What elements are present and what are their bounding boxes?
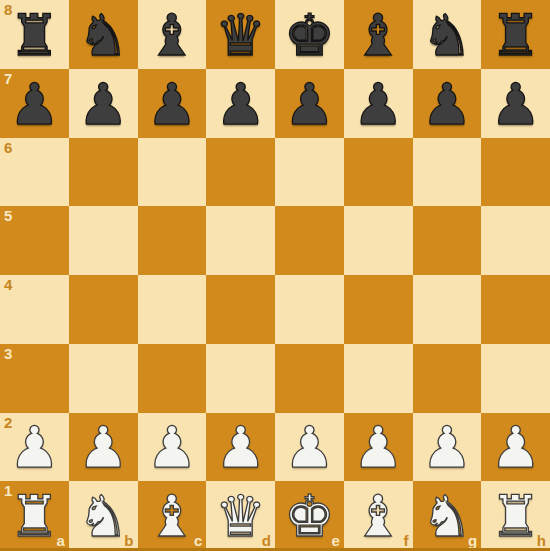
piece-black-pawn[interactable]: ♟ — [215, 76, 266, 133]
piece-white-king[interactable]: ♚ — [284, 488, 335, 545]
square-f5[interactable] — [344, 206, 413, 275]
square-d7[interactable]: ♟ — [206, 69, 275, 138]
square-b6[interactable] — [69, 138, 138, 207]
square-a8[interactable]: 8♜ — [0, 0, 69, 69]
square-g7[interactable]: ♟ — [413, 69, 482, 138]
square-f6[interactable] — [344, 138, 413, 207]
square-b1[interactable]: b♞ — [69, 481, 138, 550]
square-b3[interactable] — [69, 344, 138, 413]
square-g4[interactable] — [413, 275, 482, 344]
piece-black-rook[interactable]: ♜ — [490, 7, 541, 64]
file-label-f: f — [404, 533, 409, 548]
square-c5[interactable] — [138, 206, 207, 275]
piece-black-pawn[interactable]: ♟ — [146, 76, 197, 133]
piece-black-pawn[interactable]: ♟ — [353, 76, 404, 133]
piece-black-knight[interactable]: ♞ — [78, 7, 129, 64]
square-f2[interactable]: ♟ — [344, 413, 413, 482]
square-c7[interactable]: ♟ — [138, 69, 207, 138]
square-d5[interactable] — [206, 206, 275, 275]
square-a7[interactable]: 7♟ — [0, 69, 69, 138]
square-g3[interactable] — [413, 344, 482, 413]
piece-white-bishop[interactable]: ♝ — [146, 488, 197, 545]
square-b4[interactable] — [69, 275, 138, 344]
piece-black-pawn[interactable]: ♟ — [490, 76, 541, 133]
square-g1[interactable]: g♞ — [413, 481, 482, 550]
piece-white-pawn[interactable]: ♟ — [421, 419, 472, 476]
piece-black-king[interactable]: ♚ — [284, 7, 335, 64]
piece-white-pawn[interactable]: ♟ — [78, 419, 129, 476]
square-c4[interactable] — [138, 275, 207, 344]
square-a5[interactable]: 5 — [0, 206, 69, 275]
piece-white-pawn[interactable]: ♟ — [146, 419, 197, 476]
square-f4[interactable] — [344, 275, 413, 344]
square-g5[interactable] — [413, 206, 482, 275]
square-e4[interactable] — [275, 275, 344, 344]
square-a3[interactable]: 3 — [0, 344, 69, 413]
piece-white-rook[interactable]: ♜ — [9, 488, 60, 545]
square-f1[interactable]: f♝ — [344, 481, 413, 550]
piece-black-pawn[interactable]: ♟ — [78, 76, 129, 133]
chess-board: 8♜♞♝♛♚♝♞♜7♟♟♟♟♟♟♟♟65432♟♟♟♟♟♟♟♟1a♜b♞c♝d♛… — [0, 0, 550, 550]
square-f3[interactable] — [344, 344, 413, 413]
square-b7[interactable]: ♟ — [69, 69, 138, 138]
square-d1[interactable]: d♛ — [206, 481, 275, 550]
piece-white-queen[interactable]: ♛ — [215, 488, 266, 545]
square-c3[interactable] — [138, 344, 207, 413]
piece-white-pawn[interactable]: ♟ — [490, 419, 541, 476]
rank-label-4: 4 — [4, 277, 12, 292]
piece-black-pawn[interactable]: ♟ — [284, 76, 335, 133]
square-d2[interactable]: ♟ — [206, 413, 275, 482]
piece-black-pawn[interactable]: ♟ — [9, 76, 60, 133]
square-a4[interactable]: 4 — [0, 275, 69, 344]
square-g6[interactable] — [413, 138, 482, 207]
square-e7[interactable]: ♟ — [275, 69, 344, 138]
square-b5[interactable] — [69, 206, 138, 275]
square-d8[interactable]: ♛ — [206, 0, 275, 69]
square-e1[interactable]: e♚ — [275, 481, 344, 550]
square-h2[interactable]: ♟ — [481, 413, 550, 482]
chess-board-wrap: 8♜♞♝♛♚♝♞♜7♟♟♟♟♟♟♟♟65432♟♟♟♟♟♟♟♟1a♜b♞c♝d♛… — [0, 0, 550, 551]
square-e6[interactable] — [275, 138, 344, 207]
square-d4[interactable] — [206, 275, 275, 344]
piece-black-rook[interactable]: ♜ — [9, 7, 60, 64]
square-d6[interactable] — [206, 138, 275, 207]
square-h5[interactable] — [481, 206, 550, 275]
square-b8[interactable]: ♞ — [69, 0, 138, 69]
piece-black-queen[interactable]: ♛ — [215, 7, 266, 64]
piece-white-pawn[interactable]: ♟ — [9, 419, 60, 476]
square-h7[interactable]: ♟ — [481, 69, 550, 138]
square-f7[interactable]: ♟ — [344, 69, 413, 138]
rank-label-5: 5 — [4, 208, 12, 223]
piece-black-pawn[interactable]: ♟ — [421, 76, 472, 133]
piece-black-knight[interactable]: ♞ — [421, 7, 472, 64]
square-e2[interactable]: ♟ — [275, 413, 344, 482]
rank-label-3: 3 — [4, 346, 12, 361]
square-d3[interactable] — [206, 344, 275, 413]
square-b2[interactable]: ♟ — [69, 413, 138, 482]
square-h1[interactable]: h♜ — [481, 481, 550, 550]
piece-white-bishop[interactable]: ♝ — [353, 488, 404, 545]
square-c8[interactable]: ♝ — [138, 0, 207, 69]
piece-white-pawn[interactable]: ♟ — [215, 419, 266, 476]
piece-white-pawn[interactable]: ♟ — [353, 419, 404, 476]
square-e8[interactable]: ♚ — [275, 0, 344, 69]
piece-white-knight[interactable]: ♞ — [78, 488, 129, 545]
piece-white-rook[interactable]: ♜ — [490, 488, 541, 545]
piece-black-bishop[interactable]: ♝ — [353, 7, 404, 64]
square-a2[interactable]: 2♟ — [0, 413, 69, 482]
square-c6[interactable] — [138, 138, 207, 207]
square-h8[interactable]: ♜ — [481, 0, 550, 69]
square-g8[interactable]: ♞ — [413, 0, 482, 69]
square-e3[interactable] — [275, 344, 344, 413]
square-a1[interactable]: 1a♜ — [0, 481, 69, 550]
square-e5[interactable] — [275, 206, 344, 275]
square-h6[interactable] — [481, 138, 550, 207]
square-a6[interactable]: 6 — [0, 138, 69, 207]
rank-label-6: 6 — [4, 140, 12, 155]
piece-black-bishop[interactable]: ♝ — [146, 7, 197, 64]
square-f8[interactable]: ♝ — [344, 0, 413, 69]
square-h3[interactable] — [481, 344, 550, 413]
square-h4[interactable] — [481, 275, 550, 344]
square-g2[interactable]: ♟ — [413, 413, 482, 482]
piece-white-pawn[interactable]: ♟ — [284, 419, 335, 476]
square-c2[interactable]: ♟ — [138, 413, 207, 482]
square-c1[interactable]: c♝ — [138, 481, 207, 550]
piece-white-knight[interactable]: ♞ — [421, 488, 472, 545]
